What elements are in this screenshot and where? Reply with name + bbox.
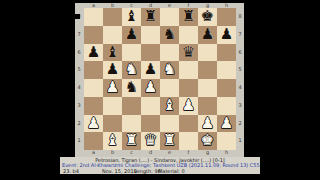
status-line: 23. b4 Nov. 15, 2019 Length: 96 Material… xyxy=(60,169,260,175)
square-h1[interactable] xyxy=(217,132,236,150)
rank-labels-left: 87654321 xyxy=(75,8,83,150)
rank-label: 5 xyxy=(236,61,244,79)
square-b6[interactable]: ♝ xyxy=(103,44,122,62)
piece-black-knight[interactable]: ♞ xyxy=(122,79,141,97)
square-b5[interactable]: ♟ xyxy=(103,61,122,79)
square-g5[interactable] xyxy=(198,61,217,79)
square-b2[interactable] xyxy=(103,115,122,133)
piece-white-pawn[interactable]: ♟ xyxy=(84,115,103,133)
square-g1[interactable]: ♚ xyxy=(198,132,217,150)
square-a4[interactable] xyxy=(84,79,103,97)
game-info-panel: Petrosian, Tigran (....) - Sindarov, Jav… xyxy=(60,157,260,174)
piece-black-pawn[interactable]: ♟ xyxy=(103,61,122,79)
square-b3[interactable] xyxy=(103,97,122,115)
square-d5[interactable]: ♟ xyxy=(141,61,160,79)
square-a2[interactable]: ♟ xyxy=(84,115,103,133)
piece-black-pawn[interactable]: ♟ xyxy=(217,26,236,44)
square-f6[interactable]: ♛ xyxy=(179,44,198,62)
square-b4[interactable]: ♟ xyxy=(103,79,122,97)
square-f5[interactable] xyxy=(179,61,198,79)
rank-label: 2 xyxy=(236,115,244,133)
square-h6[interactable] xyxy=(217,44,236,62)
square-c2[interactable] xyxy=(122,115,141,133)
square-a1[interactable] xyxy=(84,132,103,150)
file-label: d xyxy=(141,150,160,155)
chess-board[interactable]: ♝♜♜♚♟♞♟♟♟♝♛♟♞♟♞♟♞♟♝♟♟♟♟♝♜♛♜♚ xyxy=(84,8,236,150)
piece-white-rook[interactable]: ♜ xyxy=(160,132,179,150)
square-b8[interactable] xyxy=(103,8,122,26)
square-c3[interactable] xyxy=(122,97,141,115)
square-a3[interactable] xyxy=(84,97,103,115)
rank-label: 4 xyxy=(75,79,83,97)
piece-white-bishop[interactable]: ♝ xyxy=(160,97,179,115)
file-label: f xyxy=(179,150,198,155)
piece-black-pawn[interactable]: ♟ xyxy=(84,44,103,62)
square-d8[interactable]: ♜ xyxy=(141,8,160,26)
square-e2[interactable] xyxy=(160,115,179,133)
square-f2[interactable] xyxy=(179,115,198,133)
side-to-move-indicator xyxy=(75,14,80,19)
current-move: 23. b4 xyxy=(63,169,79,175)
square-c4[interactable]: ♞ xyxy=(122,79,141,97)
file-labels-bottom: abcdefgh xyxy=(84,150,236,155)
file-label: a xyxy=(84,150,103,155)
rank-label: 6 xyxy=(75,44,83,62)
square-c6[interactable] xyxy=(122,44,141,62)
piece-white-queen[interactable]: ♛ xyxy=(141,132,160,150)
rank-label: 2 xyxy=(75,115,83,133)
rank-label: 6 xyxy=(236,44,244,62)
rank-label: 4 xyxy=(236,79,244,97)
piece-black-queen[interactable]: ♛ xyxy=(179,44,198,62)
square-f8[interactable]: ♜ xyxy=(179,8,198,26)
piece-white-rook[interactable]: ♜ xyxy=(122,132,141,150)
material-balance: Material: 0 xyxy=(158,169,185,175)
square-g3[interactable] xyxy=(198,97,217,115)
square-e1[interactable]: ♜ xyxy=(160,132,179,150)
square-g4[interactable] xyxy=(198,79,217,97)
rank-label: 3 xyxy=(75,97,83,115)
square-h2[interactable]: ♟ xyxy=(217,115,236,133)
rank-label: 3 xyxy=(236,97,244,115)
rank-label: 5 xyxy=(75,61,83,79)
piece-white-pawn[interactable]: ♟ xyxy=(198,115,217,133)
square-d7[interactable] xyxy=(141,26,160,44)
square-e6[interactable] xyxy=(160,44,179,62)
piece-white-pawn[interactable]: ♟ xyxy=(217,115,236,133)
square-g2[interactable]: ♟ xyxy=(198,115,217,133)
square-h3[interactable] xyxy=(217,97,236,115)
square-e8[interactable] xyxy=(160,8,179,26)
video-frame: abcdefgh abcdefgh 87654321 87654321 ♝♜♜♚… xyxy=(0,0,320,180)
piece-white-pawn[interactable]: ♟ xyxy=(103,79,122,97)
square-e7[interactable]: ♞ xyxy=(160,26,179,44)
file-label: b xyxy=(103,150,122,155)
rank-label: 7 xyxy=(75,26,83,44)
square-b7[interactable] xyxy=(103,26,122,44)
rank-labels-right: 87654321 xyxy=(236,8,244,150)
piece-white-pawn[interactable]: ♟ xyxy=(141,79,160,97)
file-label: g xyxy=(198,150,217,155)
piece-black-pawn[interactable]: ♟ xyxy=(122,26,141,44)
square-d2[interactable] xyxy=(141,115,160,133)
piece-white-bishop[interactable]: ♝ xyxy=(103,132,122,150)
piece-black-rook[interactable]: ♜ xyxy=(179,8,198,26)
square-d4[interactable]: ♟ xyxy=(141,79,160,97)
square-f1[interactable] xyxy=(179,132,198,150)
square-h7[interactable]: ♟ xyxy=(217,26,236,44)
square-e5[interactable]: ♞ xyxy=(160,61,179,79)
chess-board-frame: abcdefgh abcdefgh 87654321 87654321 ♝♜♜♚… xyxy=(75,3,244,157)
square-e3[interactable]: ♝ xyxy=(160,97,179,115)
piece-black-bishop[interactable]: ♝ xyxy=(122,8,141,26)
piece-black-rook[interactable]: ♜ xyxy=(141,8,160,26)
file-label: e xyxy=(160,150,179,155)
game-length: Length: 96 xyxy=(134,169,161,175)
square-c8[interactable]: ♝ xyxy=(122,8,141,26)
piece-white-pawn[interactable]: ♟ xyxy=(179,97,198,115)
square-g7[interactable]: ♟ xyxy=(198,26,217,44)
piece-black-bishop[interactable]: ♝ xyxy=(103,44,122,62)
square-a6[interactable]: ♟ xyxy=(84,44,103,62)
square-h5[interactable] xyxy=(217,61,236,79)
square-h8[interactable] xyxy=(217,8,236,26)
square-f7[interactable] xyxy=(179,26,198,44)
square-b1[interactable]: ♝ xyxy=(103,132,122,150)
square-a5[interactable] xyxy=(84,61,103,79)
square-h4[interactable] xyxy=(217,79,236,97)
rank-label: 1 xyxy=(236,132,244,150)
piece-black-pawn[interactable]: ♟ xyxy=(198,26,217,44)
square-c1[interactable]: ♜ xyxy=(122,132,141,150)
file-label: h xyxy=(217,150,236,155)
square-e4[interactable] xyxy=(160,79,179,97)
square-d6[interactable] xyxy=(141,44,160,62)
square-a8[interactable] xyxy=(84,8,103,26)
square-f4[interactable] xyxy=(179,79,198,97)
square-f3[interactable]: ♟ xyxy=(179,97,198,115)
square-c5[interactable]: ♞ xyxy=(122,61,141,79)
file-label: c xyxy=(122,150,141,155)
piece-white-king[interactable]: ♚ xyxy=(198,132,217,150)
piece-black-pawn[interactable]: ♟ xyxy=(141,61,160,79)
piece-white-knight[interactable]: ♞ xyxy=(122,61,141,79)
square-c7[interactable]: ♟ xyxy=(122,26,141,44)
rank-label: 1 xyxy=(75,132,83,150)
square-g8[interactable]: ♚ xyxy=(198,8,217,26)
game-date: Nov. 15, 2019 xyxy=(102,169,137,175)
rank-label: 7 xyxy=(236,26,244,44)
rank-label: 8 xyxy=(236,8,244,26)
square-d1[interactable]: ♛ xyxy=(141,132,160,150)
piece-white-knight[interactable]: ♞ xyxy=(160,61,179,79)
square-d3[interactable] xyxy=(141,97,160,115)
square-g6[interactable] xyxy=(198,44,217,62)
piece-black-knight[interactable]: ♞ xyxy=(160,26,179,44)
piece-black-king[interactable]: ♚ xyxy=(198,8,217,26)
square-a7[interactable] xyxy=(84,26,103,44)
